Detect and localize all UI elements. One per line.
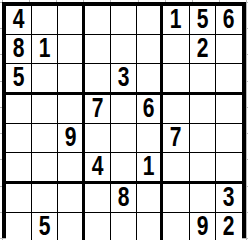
cell-r1c5[interactable] [111, 6, 137, 35]
cell-r2c6[interactable] [137, 35, 163, 64]
cell-r1c6[interactable] [137, 6, 163, 35]
cell-r4c3[interactable] [58, 95, 84, 124]
cell-r8c9[interactable]: 2 [216, 213, 242, 240]
cell-r5c2[interactable] [32, 124, 58, 153]
cell-r2c2[interactable]: 1 [32, 35, 58, 64]
cell-r7c3[interactable] [58, 184, 84, 213]
cell-r3c1[interactable]: 5 [6, 64, 32, 95]
cell-r2c8[interactable]: 2 [190, 35, 216, 64]
cell-r3c7[interactable] [163, 64, 189, 95]
cell-r3c6[interactable] [137, 64, 163, 95]
cell-r6c9[interactable] [216, 153, 242, 184]
given-digit: 5 [196, 6, 208, 34]
cell-r8c4[interactable] [85, 213, 111, 240]
cell-r5c9[interactable] [216, 124, 242, 153]
cell-r6c3[interactable] [58, 153, 84, 184]
cell-r8c8[interactable]: 9 [190, 213, 216, 240]
cell-r5c7[interactable]: 7 [163, 124, 189, 153]
cell-r2c9[interactable] [216, 35, 242, 64]
cell-r1c8[interactable]: 5 [190, 6, 216, 35]
cell-r7c7[interactable] [163, 184, 189, 213]
given-digit: 5 [39, 213, 51, 240]
cell-r8c5[interactable] [111, 213, 137, 240]
cell-r4c2[interactable] [32, 95, 58, 124]
cell-r3c8[interactable] [190, 64, 216, 95]
cell-r6c8[interactable] [190, 153, 216, 184]
given-digit: 2 [196, 35, 208, 63]
cell-r4c5[interactable] [111, 95, 137, 124]
cell-r7c4[interactable] [85, 184, 111, 213]
given-digit: 7 [91, 95, 103, 123]
cell-r7c1[interactable] [6, 184, 32, 213]
cell-r1c3[interactable] [58, 6, 84, 35]
cell-r3c9[interactable] [216, 64, 242, 95]
cell-r2c7[interactable] [163, 35, 189, 64]
cell-r7c8[interactable] [190, 184, 216, 213]
cell-r1c2[interactable] [32, 6, 58, 35]
cell-r7c9[interactable]: 3 [216, 184, 242, 213]
given-digit: 9 [64, 124, 76, 152]
given-digit: 6 [143, 95, 155, 123]
cell-r4c9[interactable] [216, 95, 242, 124]
cell-r8c2[interactable]: 5 [32, 213, 58, 240]
given-digit: 1 [143, 153, 155, 181]
cell-r5c8[interactable] [190, 124, 216, 153]
sudoku-board: 415681253769741835926348 [2, 2, 246, 238]
cell-r6c1[interactable] [6, 153, 32, 184]
cell-r8c6[interactable] [137, 213, 163, 240]
given-digit: 2 [223, 213, 235, 240]
faint-vertical-line [246, 0, 247, 240]
cell-r6c2[interactable] [32, 153, 58, 184]
cell-r4c7[interactable] [163, 95, 189, 124]
given-digit: 8 [118, 184, 130, 212]
cell-r5c5[interactable] [111, 124, 137, 153]
cell-r2c4[interactable] [85, 35, 111, 64]
cell-r8c1[interactable] [6, 213, 32, 240]
cell-r2c5[interactable] [111, 35, 137, 64]
cell-r2c1[interactable]: 8 [6, 35, 32, 64]
given-digit: 3 [118, 64, 130, 92]
cell-r8c7[interactable] [163, 213, 189, 240]
cell-r3c5[interactable]: 3 [111, 64, 137, 95]
cell-r1c7[interactable]: 1 [163, 6, 189, 35]
cell-r1c4[interactable] [85, 6, 111, 35]
given-digit: 8 [13, 35, 25, 63]
cell-r2c3[interactable] [58, 35, 84, 64]
cell-r1c1[interactable]: 4 [6, 6, 32, 35]
given-digit: 4 [13, 6, 25, 34]
given-digit: 3 [223, 184, 235, 212]
sudoku-screenshot: 415681253769741835926348 [0, 0, 248, 240]
cell-r5c4[interactable] [85, 124, 111, 153]
cell-r8c3[interactable] [58, 213, 84, 240]
cell-r6c4[interactable]: 4 [85, 153, 111, 184]
given-digit: 5 [13, 64, 25, 92]
cell-r4c6[interactable]: 6 [137, 95, 163, 124]
cell-r5c3[interactable]: 9 [58, 124, 84, 153]
cell-r7c5[interactable]: 8 [111, 184, 137, 213]
given-digit: 1 [170, 6, 182, 34]
given-digit: 9 [196, 213, 208, 240]
cell-r7c2[interactable] [32, 184, 58, 213]
cell-r7c6[interactable] [137, 184, 163, 213]
cell-r3c4[interactable] [85, 64, 111, 95]
cell-r5c6[interactable] [137, 124, 163, 153]
given-digit: 4 [91, 153, 103, 181]
cell-r6c5[interactable] [111, 153, 137, 184]
given-digit: 7 [170, 124, 182, 152]
cell-r5c1[interactable] [6, 124, 32, 153]
cell-r3c2[interactable] [32, 64, 58, 95]
cell-r3c3[interactable] [58, 64, 84, 95]
given-digit: 6 [223, 6, 235, 34]
cell-r4c8[interactable] [190, 95, 216, 124]
cell-r4c1[interactable] [6, 95, 32, 124]
cell-r1c9[interactable]: 6 [216, 6, 242, 35]
cell-r4c4[interactable]: 7 [85, 95, 111, 124]
given-digit: 1 [39, 35, 51, 63]
cell-r6c6[interactable]: 1 [137, 153, 163, 184]
cell-r6c7[interactable] [163, 153, 189, 184]
